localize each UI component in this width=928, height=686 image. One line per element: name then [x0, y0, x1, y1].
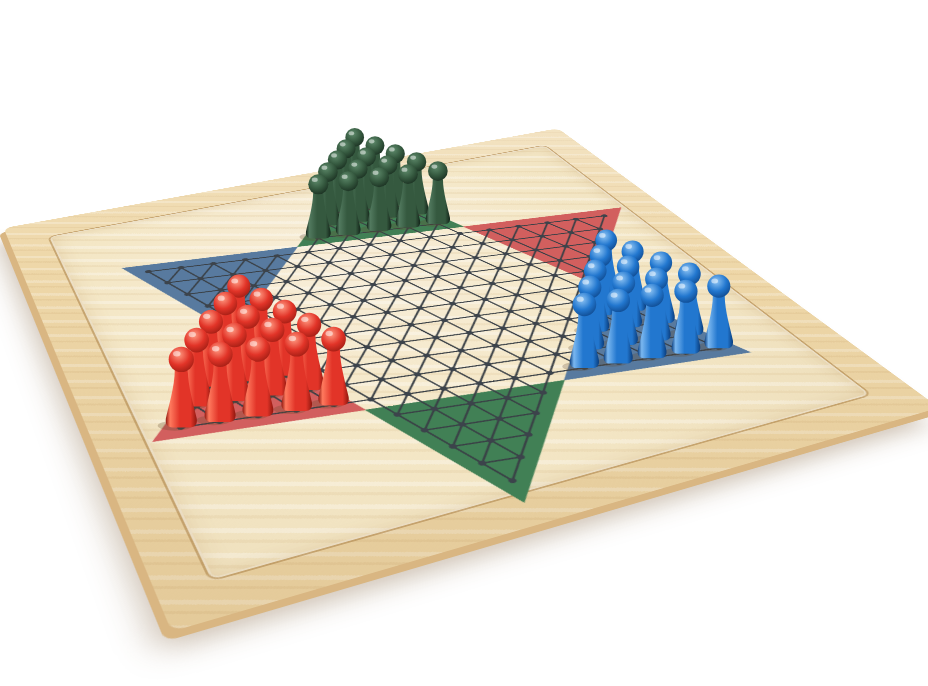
- photo-scene: [0, 0, 928, 686]
- peg-blue[interactable]: [557, 290, 606, 374]
- pegs-layer: [0, 0, 928, 686]
- peg-green[interactable]: [295, 172, 336, 243]
- peg-red[interactable]: [152, 344, 204, 434]
